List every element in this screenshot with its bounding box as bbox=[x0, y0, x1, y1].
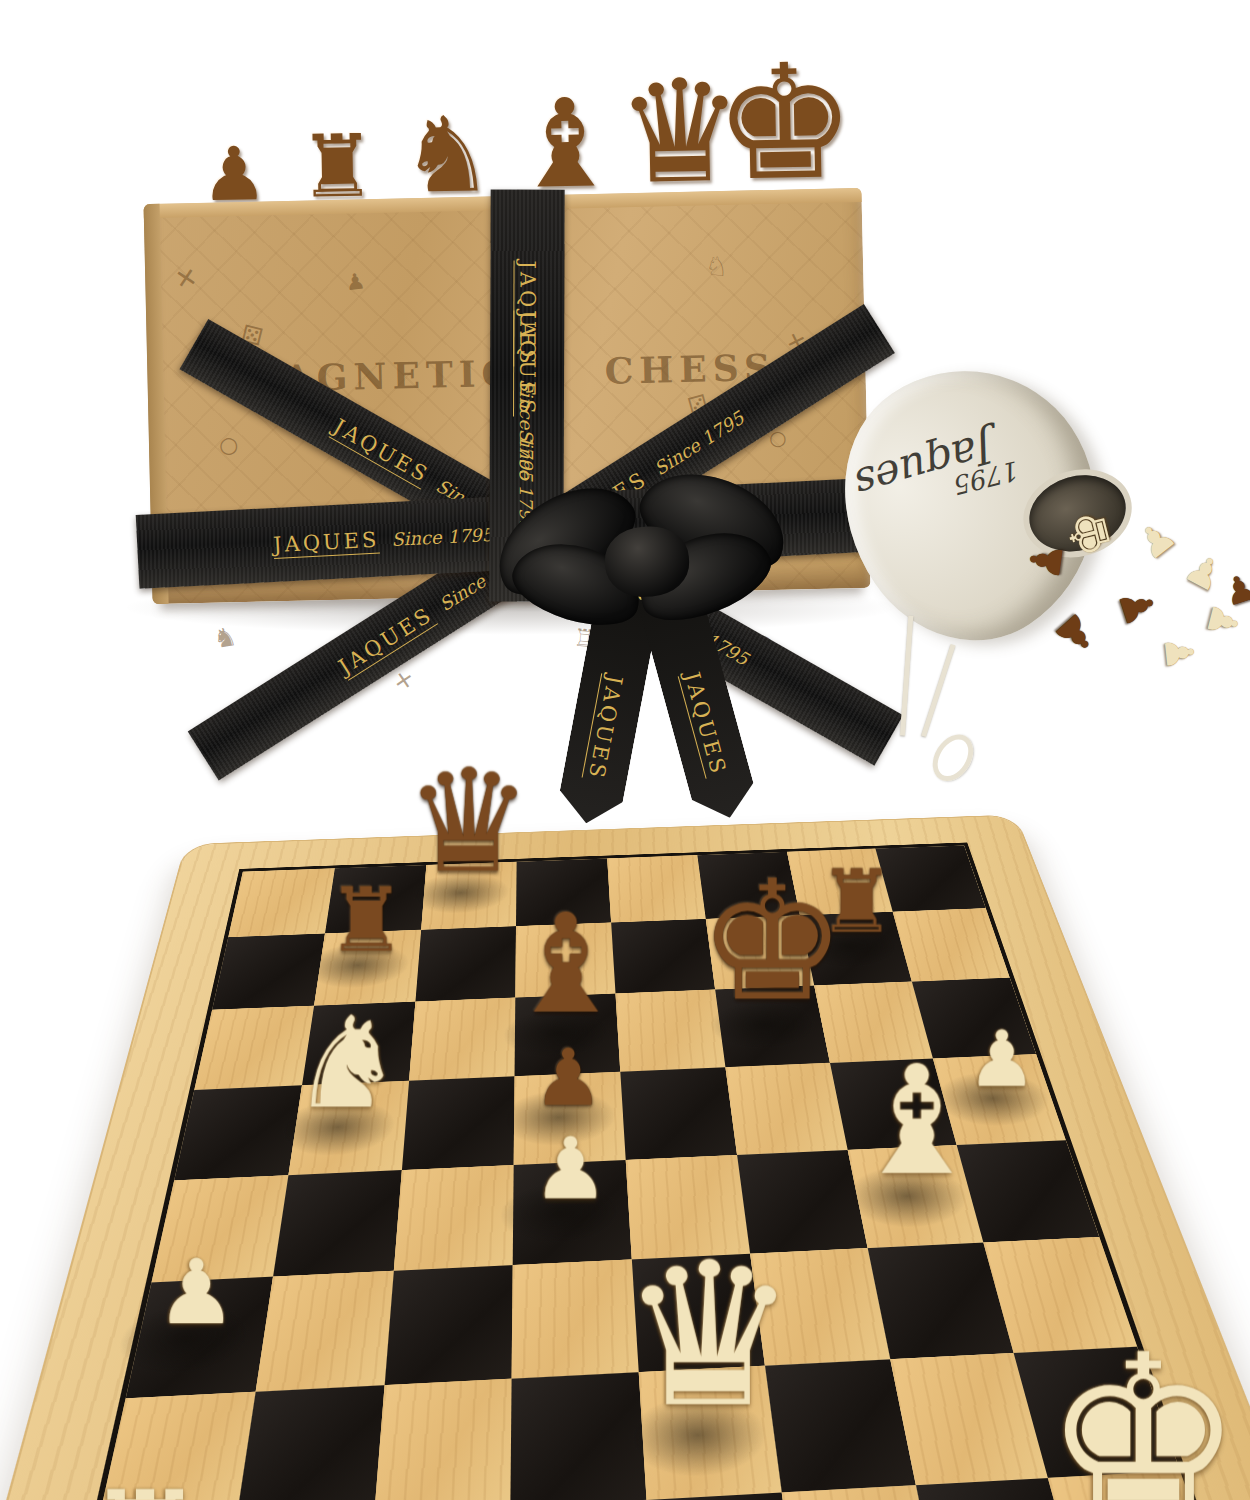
black-rook-b7[interactable]: ♜ bbox=[327, 876, 406, 964]
square-c5[interactable] bbox=[401, 1076, 514, 1170]
square-a8[interactable] bbox=[228, 868, 334, 937]
square-c3[interactable] bbox=[384, 1265, 513, 1385]
square-c6[interactable] bbox=[409, 997, 516, 1081]
ribbon-brand-text: JAQUESSince 1795 bbox=[273, 522, 494, 557]
black-bishop-d6[interactable]: ♝ bbox=[505, 895, 628, 1032]
square-e5[interactable] bbox=[620, 1068, 736, 1161]
square-a5[interactable] bbox=[174, 1086, 302, 1181]
white-knight-b5[interactable]: ♞ bbox=[291, 1000, 404, 1126]
white-king-h1[interactable]: ♚ bbox=[1043, 1326, 1244, 1500]
white-queen-e2[interactable]: ♛ bbox=[620, 1235, 798, 1434]
square-f5[interactable] bbox=[725, 1063, 847, 1155]
box-piece-rook: ♜ bbox=[298, 122, 377, 209]
square-b3[interactable] bbox=[255, 1271, 393, 1392]
board-perspective-wrap: ♛♜♜♝♚♟♞♟♟♛♝♟♜♚ JAQUES L O N D O N bbox=[0, 560, 1250, 1500]
square-c7[interactable] bbox=[415, 926, 516, 1001]
square-b4[interactable] bbox=[273, 1170, 402, 1276]
box-piece-pawn: ♟ bbox=[200, 136, 268, 211]
product-scene: ♟♜♞♝♛♚ ✕○⚄♟♘✕○⚂⚃♞✕○⚀♖ MAGNETIC CHESS JAQ… bbox=[0, 0, 1250, 1500]
black-queen-c8[interactable]: ♛ bbox=[405, 750, 532, 892]
white-pawn-d4[interactable]: ♟ bbox=[532, 1126, 608, 1211]
box-piece-king: ♚ bbox=[713, 42, 857, 202]
box-doodle-icon: ✕ bbox=[173, 261, 200, 295]
black-king-f6[interactable]: ♚ bbox=[698, 858, 847, 1024]
square-b2[interactable] bbox=[236, 1385, 385, 1500]
box-doodle-icon: ♘ bbox=[703, 250, 730, 283]
white-bishop-g4[interactable]: ♝ bbox=[849, 1045, 984, 1195]
box-doodle-icon: ○ bbox=[219, 432, 239, 457]
box-piece-bishop: ♝ bbox=[509, 82, 620, 206]
black-pawn-d5[interactable]: ♟ bbox=[533, 1038, 603, 1116]
square-c4[interactable] bbox=[393, 1165, 514, 1271]
gift-box: ✕○⚄♟♘✕○⚂⚃♞✕○⚀♖ MAGNETIC CHESS JAQUESSinc… bbox=[144, 188, 871, 604]
spilled-piece-white-pawn: ♟ bbox=[1129, 513, 1182, 567]
square-c2[interactable] bbox=[374, 1378, 512, 1500]
white-rook-a1[interactable]: ♜ bbox=[85, 1472, 206, 1500]
square-h7[interactable] bbox=[893, 908, 1010, 981]
box-piece-knight: ♞ bbox=[400, 102, 495, 208]
chess-board: ♛♜♜♝♚♟♞♟♟♛♝♟♜♚ JAQUES L O N D O N bbox=[0, 816, 1250, 1500]
box-display-pieces-row: ♟♜♞♝♛♚ bbox=[147, 24, 868, 213]
white-pawn-a3[interactable]: ♟ bbox=[156, 1248, 236, 1338]
box-doodle-icon: ♟ bbox=[344, 268, 367, 295]
